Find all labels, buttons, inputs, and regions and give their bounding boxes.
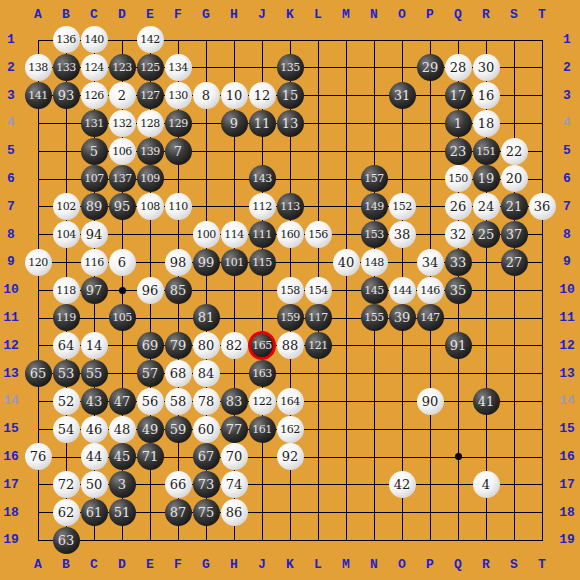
intersection-G3[interactable]: 8 <box>192 82 220 110</box>
intersection-B7[interactable]: 102 <box>52 193 80 221</box>
stone[interactable]: 2 <box>109 82 136 109</box>
intersection-J6[interactable]: 143 <box>248 165 276 193</box>
intersection-D2[interactable]: 123 <box>108 54 136 82</box>
intersection-N7[interactable]: 149 <box>360 193 388 221</box>
stone[interactable]: 4 <box>473 471 500 498</box>
intersection-Q8[interactable]: 32 <box>444 221 472 249</box>
stone[interactable]: 160 <box>277 221 304 248</box>
stone[interactable]: 149 <box>361 193 388 220</box>
intersection-R14[interactable]: 41 <box>472 387 500 415</box>
intersection-D6[interactable]: 137 <box>108 165 136 193</box>
stone[interactable]: 23 <box>445 138 472 165</box>
stone[interactable]: 66 <box>165 471 192 498</box>
stone[interactable]: 133 <box>53 54 80 81</box>
intersection-O7[interactable]: 152 <box>388 193 416 221</box>
stone[interactable]: 76 <box>25 443 52 470</box>
stone[interactable]: 39 <box>389 304 416 331</box>
intersection-E5[interactable]: 139 <box>136 137 164 165</box>
go-board[interactable]: AABBCCDDEEFFGGHHJJKKLLMMNNOOPPQQRRSSTT11… <box>0 0 580 580</box>
stone[interactable]: 156 <box>305 221 332 248</box>
stone[interactable]: 145 <box>361 277 388 304</box>
stone[interactable]: 67 <box>193 443 220 470</box>
intersection-H12[interactable]: 82 <box>220 332 248 360</box>
intersection-B2[interactable]: 133 <box>52 54 80 82</box>
intersection-C10[interactable]: 97 <box>80 276 108 304</box>
intersection-F4[interactable]: 129 <box>164 109 192 137</box>
intersection-C16[interactable]: 44 <box>80 443 108 471</box>
stone[interactable]: 134 <box>165 54 192 81</box>
intersection-B13[interactable]: 53 <box>52 360 80 388</box>
stone[interactable]: 95 <box>109 193 136 220</box>
stone[interactable]: 48 <box>109 416 136 443</box>
stone[interactable]: 101 <box>221 249 248 276</box>
stone[interactable]: 10 <box>221 82 248 109</box>
stone[interactable]: 35 <box>445 277 472 304</box>
stone[interactable]: 140 <box>81 26 108 53</box>
stone[interactable]: 42 <box>389 471 416 498</box>
stone[interactable]: 111 <box>249 221 276 248</box>
intersection-Q3[interactable]: 17 <box>444 82 472 110</box>
intersection-C5[interactable]: 5 <box>80 137 108 165</box>
intersection-H18[interactable]: 86 <box>220 499 248 527</box>
stone[interactable]: 60 <box>193 416 220 443</box>
intersection-H4[interactable]: 9 <box>220 109 248 137</box>
intersection-D18[interactable]: 51 <box>108 499 136 527</box>
intersection-F14[interactable]: 58 <box>164 387 192 415</box>
intersection-C7[interactable]: 89 <box>80 193 108 221</box>
intersection-F10[interactable]: 85 <box>164 276 192 304</box>
stone[interactable]: 6 <box>109 249 136 276</box>
intersection-C17[interactable]: 50 <box>80 471 108 499</box>
intersection-B17[interactable]: 72 <box>52 471 80 499</box>
intersection-L11[interactable]: 117 <box>304 304 332 332</box>
stone[interactable]: 37 <box>501 221 528 248</box>
stone[interactable]: 24 <box>473 193 500 220</box>
stone[interactable]: 15 <box>277 82 304 109</box>
stone[interactable]: 128 <box>137 110 164 137</box>
stone[interactable]: 94 <box>81 221 108 248</box>
intersection-J3[interactable]: 12 <box>248 82 276 110</box>
intersection-F5[interactable]: 7 <box>164 137 192 165</box>
stone[interactable]: 61 <box>81 499 108 526</box>
stone[interactable]: 58 <box>165 388 192 415</box>
stone-last-move[interactable]: 165 <box>248 331 276 360</box>
stone[interactable]: 139 <box>137 138 164 165</box>
intersection-K15[interactable]: 162 <box>276 415 304 443</box>
stone[interactable]: 150 <box>445 165 472 192</box>
intersection-F18[interactable]: 87 <box>164 499 192 527</box>
intersection-P2[interactable]: 29 <box>416 54 444 82</box>
intersection-S5[interactable]: 22 <box>500 137 528 165</box>
stone[interactable]: 33 <box>445 249 472 276</box>
intersection-D4[interactable]: 132 <box>108 109 136 137</box>
intersection-F15[interactable]: 59 <box>164 415 192 443</box>
intersection-D7[interactable]: 95 <box>108 193 136 221</box>
stone[interactable]: 93 <box>53 82 80 109</box>
stone[interactable]: 96 <box>137 277 164 304</box>
stone[interactable]: 152 <box>389 193 416 220</box>
intersection-D17[interactable]: 3 <box>108 471 136 499</box>
stone[interactable]: 87 <box>165 499 192 526</box>
intersection-E13[interactable]: 57 <box>136 360 164 388</box>
intersection-Q5[interactable]: 23 <box>444 137 472 165</box>
intersection-J7[interactable]: 112 <box>248 193 276 221</box>
stone[interactable]: 142 <box>137 26 164 53</box>
stone[interactable]: 30 <box>473 54 500 81</box>
stone[interactable]: 161 <box>249 416 276 443</box>
intersection-B19[interactable]: 63 <box>52 526 80 554</box>
intersection-C14[interactable]: 43 <box>80 387 108 415</box>
stone[interactable]: 59 <box>165 416 192 443</box>
intersection-G16[interactable]: 67 <box>192 443 220 471</box>
stone[interactable]: 120 <box>25 249 52 276</box>
intersection-R6[interactable]: 19 <box>472 165 500 193</box>
stone[interactable]: 77 <box>221 416 248 443</box>
intersection-B10[interactable]: 118 <box>52 276 80 304</box>
stone[interactable]: 136 <box>53 26 80 53</box>
stone[interactable]: 68 <box>165 360 192 387</box>
stone[interactable]: 126 <box>81 82 108 109</box>
intersection-N8[interactable]: 153 <box>360 221 388 249</box>
stone[interactable]: 164 <box>277 388 304 415</box>
intersection-L12[interactable]: 121 <box>304 332 332 360</box>
intersection-J8[interactable]: 111 <box>248 221 276 249</box>
intersection-B8[interactable]: 104 <box>52 221 80 249</box>
intersection-K8[interactable]: 160 <box>276 221 304 249</box>
stone[interactable]: 74 <box>221 471 248 498</box>
board-grid[interactable]: 1361401421381331241231251341352928301419… <box>24 26 556 554</box>
stone[interactable]: 57 <box>137 360 164 387</box>
stone[interactable]: 113 <box>277 193 304 220</box>
intersection-H15[interactable]: 77 <box>220 415 248 443</box>
intersection-Q9[interactable]: 33 <box>444 248 472 276</box>
intersection-G11[interactable]: 81 <box>192 304 220 332</box>
intersection-O10[interactable]: 144 <box>388 276 416 304</box>
intersection-E1[interactable]: 142 <box>136 26 164 54</box>
stone[interactable]: 56 <box>137 388 164 415</box>
intersection-F12[interactable]: 79 <box>164 332 192 360</box>
intersection-O8[interactable]: 38 <box>388 221 416 249</box>
intersection-K11[interactable]: 159 <box>276 304 304 332</box>
intersection-A3[interactable]: 141 <box>24 82 52 110</box>
stone[interactable]: 13 <box>277 110 304 137</box>
stone[interactable]: 40 <box>333 249 360 276</box>
stone[interactable]: 16 <box>473 82 500 109</box>
intersection-D14[interactable]: 47 <box>108 387 136 415</box>
stone[interactable]: 46 <box>81 416 108 443</box>
stone[interactable]: 147 <box>417 304 444 331</box>
stone[interactable]: 129 <box>165 110 192 137</box>
intersection-Q12[interactable]: 91 <box>444 332 472 360</box>
intersection-Q2[interactable]: 28 <box>444 54 472 82</box>
stone[interactable]: 11 <box>249 110 276 137</box>
intersection-C4[interactable]: 131 <box>80 109 108 137</box>
stone[interactable]: 124 <box>81 54 108 81</box>
intersection-E3[interactable]: 127 <box>136 82 164 110</box>
stone[interactable]: 54 <box>53 416 80 443</box>
stone[interactable]: 92 <box>277 443 304 470</box>
intersection-F2[interactable]: 134 <box>164 54 192 82</box>
stone[interactable]: 80 <box>193 332 220 359</box>
stone[interactable]: 82 <box>221 332 248 359</box>
stone[interactable]: 125 <box>137 54 164 81</box>
intersection-P11[interactable]: 147 <box>416 304 444 332</box>
stone[interactable]: 3 <box>109 471 136 498</box>
stone[interactable]: 63 <box>53 527 80 554</box>
stone[interactable]: 27 <box>501 249 528 276</box>
stone[interactable]: 119 <box>53 304 80 331</box>
intersection-J13[interactable]: 163 <box>248 360 276 388</box>
intersection-A13[interactable]: 65 <box>24 360 52 388</box>
intersection-K3[interactable]: 15 <box>276 82 304 110</box>
stone[interactable]: 121 <box>305 332 332 359</box>
stone[interactable]: 83 <box>221 388 248 415</box>
intersection-P14[interactable]: 90 <box>416 387 444 415</box>
stone[interactable]: 51 <box>109 499 136 526</box>
stone[interactable]: 43 <box>81 388 108 415</box>
intersection-K2[interactable]: 135 <box>276 54 304 82</box>
stone[interactable]: 28 <box>445 54 472 81</box>
intersection-R17[interactable]: 4 <box>472 471 500 499</box>
intersection-Q4[interactable]: 1 <box>444 109 472 137</box>
intersection-B1[interactable]: 136 <box>52 26 80 54</box>
intersection-E2[interactable]: 125 <box>136 54 164 82</box>
stone[interactable]: 41 <box>473 388 500 415</box>
stone[interactable]: 117 <box>305 304 332 331</box>
intersection-O17[interactable]: 42 <box>388 471 416 499</box>
intersection-D11[interactable]: 105 <box>108 304 136 332</box>
intersection-A9[interactable]: 120 <box>24 248 52 276</box>
intersection-P9[interactable]: 34 <box>416 248 444 276</box>
intersection-S9[interactable]: 27 <box>500 248 528 276</box>
stone[interactable]: 159 <box>277 304 304 331</box>
stone[interactable]: 17 <box>445 82 472 109</box>
stone[interactable]: 62 <box>53 499 80 526</box>
intersection-N11[interactable]: 155 <box>360 304 388 332</box>
stone[interactable]: 86 <box>221 499 248 526</box>
stone[interactable]: 108 <box>137 193 164 220</box>
intersection-J15[interactable]: 161 <box>248 415 276 443</box>
intersection-R3[interactable]: 16 <box>472 82 500 110</box>
intersection-C15[interactable]: 46 <box>80 415 108 443</box>
intersection-B18[interactable]: 62 <box>52 499 80 527</box>
stone[interactable]: 25 <box>473 221 500 248</box>
intersection-R5[interactable]: 151 <box>472 137 500 165</box>
stone[interactable]: 127 <box>137 82 164 109</box>
intersection-C12[interactable]: 14 <box>80 332 108 360</box>
stone[interactable]: 49 <box>137 416 164 443</box>
intersection-G14[interactable]: 78 <box>192 387 220 415</box>
intersection-R7[interactable]: 24 <box>472 193 500 221</box>
intersection-R8[interactable]: 25 <box>472 221 500 249</box>
stone[interactable]: 98 <box>165 249 192 276</box>
intersection-C9[interactable]: 116 <box>80 248 108 276</box>
stone[interactable]: 31 <box>389 82 416 109</box>
stone[interactable]: 88 <box>277 332 304 359</box>
stone[interactable]: 45 <box>109 443 136 470</box>
intersection-F7[interactable]: 110 <box>164 193 192 221</box>
stone[interactable]: 38 <box>389 221 416 248</box>
intersection-H3[interactable]: 10 <box>220 82 248 110</box>
stone[interactable]: 5 <box>81 138 108 165</box>
stone[interactable]: 71 <box>137 443 164 470</box>
intersection-B14[interactable]: 52 <box>52 387 80 415</box>
intersection-K12[interactable]: 88 <box>276 332 304 360</box>
intersection-F9[interactable]: 98 <box>164 248 192 276</box>
intersection-C6[interactable]: 107 <box>80 165 108 193</box>
stone[interactable]: 64 <box>53 332 80 359</box>
stone[interactable]: 81 <box>193 304 220 331</box>
stone[interactable]: 99 <box>193 249 220 276</box>
intersection-S7[interactable]: 21 <box>500 193 528 221</box>
stone[interactable]: 1 <box>445 110 472 137</box>
intersection-B3[interactable]: 93 <box>52 82 80 110</box>
intersection-G9[interactable]: 99 <box>192 248 220 276</box>
stone[interactable]: 90 <box>417 388 444 415</box>
intersection-S6[interactable]: 20 <box>500 165 528 193</box>
intersection-B11[interactable]: 119 <box>52 304 80 332</box>
stone[interactable]: 19 <box>473 165 500 192</box>
intersection-R4[interactable]: 18 <box>472 109 500 137</box>
intersection-R2[interactable]: 30 <box>472 54 500 82</box>
stone[interactable]: 148 <box>361 249 388 276</box>
stone[interactable]: 89 <box>81 193 108 220</box>
intersection-J4[interactable]: 11 <box>248 109 276 137</box>
stone[interactable]: 154 <box>305 277 332 304</box>
stone[interactable]: 52 <box>53 388 80 415</box>
stone[interactable]: 70 <box>221 443 248 470</box>
stone[interactable]: 14 <box>81 332 108 359</box>
intersection-D15[interactable]: 48 <box>108 415 136 443</box>
stone[interactable]: 8 <box>193 82 220 109</box>
stone[interactable]: 106 <box>109 138 136 165</box>
intersection-G12[interactable]: 80 <box>192 332 220 360</box>
stone[interactable]: 114 <box>221 221 248 248</box>
stone[interactable]: 112 <box>249 193 276 220</box>
stone[interactable]: 47 <box>109 388 136 415</box>
intersection-Q7[interactable]: 26 <box>444 193 472 221</box>
stone[interactable]: 44 <box>81 443 108 470</box>
intersection-E6[interactable]: 109 <box>136 165 164 193</box>
intersection-M9[interactable]: 40 <box>332 248 360 276</box>
stone[interactable]: 65 <box>25 360 52 387</box>
intersection-C3[interactable]: 126 <box>80 82 108 110</box>
intersection-G13[interactable]: 84 <box>192 360 220 388</box>
intersection-E7[interactable]: 108 <box>136 193 164 221</box>
intersection-G17[interactable]: 73 <box>192 471 220 499</box>
intersection-K7[interactable]: 113 <box>276 193 304 221</box>
intersection-P10[interactable]: 146 <box>416 276 444 304</box>
intersection-H16[interactable]: 70 <box>220 443 248 471</box>
intersection-G8[interactable]: 100 <box>192 221 220 249</box>
stone[interactable]: 109 <box>137 165 164 192</box>
stone[interactable]: 104 <box>53 221 80 248</box>
stone[interactable]: 34 <box>417 249 444 276</box>
stone[interactable]: 73 <box>193 471 220 498</box>
stone[interactable]: 18 <box>473 110 500 137</box>
intersection-C13[interactable]: 55 <box>80 360 108 388</box>
intersection-E10[interactable]: 96 <box>136 276 164 304</box>
stone[interactable]: 138 <box>25 54 52 81</box>
intersection-K14[interactable]: 164 <box>276 387 304 415</box>
intersection-D3[interactable]: 2 <box>108 82 136 110</box>
stone[interactable]: 131 <box>81 110 108 137</box>
stone[interactable]: 153 <box>361 221 388 248</box>
stone[interactable]: 151 <box>473 138 500 165</box>
stone[interactable]: 146 <box>417 277 444 304</box>
intersection-G15[interactable]: 60 <box>192 415 220 443</box>
stone[interactable]: 123 <box>109 54 136 81</box>
intersection-C18[interactable]: 61 <box>80 499 108 527</box>
intersection-E14[interactable]: 56 <box>136 387 164 415</box>
intersection-F13[interactable]: 68 <box>164 360 192 388</box>
stone[interactable]: 100 <box>193 221 220 248</box>
intersection-Q6[interactable]: 150 <box>444 165 472 193</box>
stone[interactable]: 21 <box>501 193 528 220</box>
intersection-K10[interactable]: 158 <box>276 276 304 304</box>
stone[interactable]: 102 <box>53 193 80 220</box>
intersection-E16[interactable]: 71 <box>136 443 164 471</box>
intersection-T7[interactable]: 36 <box>528 193 556 221</box>
stone[interactable]: 110 <box>165 193 192 220</box>
stone[interactable]: 157 <box>361 165 388 192</box>
stone[interactable]: 122 <box>249 388 276 415</box>
intersection-H14[interactable]: 83 <box>220 387 248 415</box>
stone[interactable]: 132 <box>109 110 136 137</box>
stone[interactable]: 50 <box>81 471 108 498</box>
stone[interactable]: 78 <box>193 388 220 415</box>
intersection-D9[interactable]: 6 <box>108 248 136 276</box>
intersection-C1[interactable]: 140 <box>80 26 108 54</box>
intersection-E15[interactable]: 49 <box>136 415 164 443</box>
stone[interactable]: 84 <box>193 360 220 387</box>
stone[interactable]: 144 <box>389 277 416 304</box>
stone[interactable]: 137 <box>109 165 136 192</box>
intersection-E12[interactable]: 69 <box>136 332 164 360</box>
intersection-H8[interactable]: 114 <box>220 221 248 249</box>
intersection-B12[interactable]: 64 <box>52 332 80 360</box>
intersection-B15[interactable]: 54 <box>52 415 80 443</box>
intersection-L8[interactable]: 156 <box>304 221 332 249</box>
stone[interactable]: 155 <box>361 304 388 331</box>
stone[interactable]: 7 <box>165 138 192 165</box>
intersection-A2[interactable]: 138 <box>24 54 52 82</box>
intersection-D16[interactable]: 45 <box>108 443 136 471</box>
stone[interactable]: 75 <box>193 499 220 526</box>
stone[interactable]: 135 <box>277 54 304 81</box>
intersection-N6[interactable]: 157 <box>360 165 388 193</box>
intersection-J12[interactable]: 165 <box>248 332 276 360</box>
stone[interactable]: 32 <box>445 221 472 248</box>
intersection-G18[interactable]: 75 <box>192 499 220 527</box>
stone[interactable]: 130 <box>165 82 192 109</box>
stone[interactable]: 26 <box>445 193 472 220</box>
stone[interactable]: 22 <box>501 138 528 165</box>
intersection-O3[interactable]: 31 <box>388 82 416 110</box>
intersection-F3[interactable]: 130 <box>164 82 192 110</box>
stone[interactable]: 141 <box>25 82 52 109</box>
stone[interactable]: 69 <box>137 332 164 359</box>
intersection-F17[interactable]: 66 <box>164 471 192 499</box>
intersection-O11[interactable]: 39 <box>388 304 416 332</box>
stone[interactable]: 29 <box>417 54 444 81</box>
intersection-H9[interactable]: 101 <box>220 248 248 276</box>
intersection-L10[interactable]: 154 <box>304 276 332 304</box>
stone[interactable]: 72 <box>53 471 80 498</box>
stone[interactable]: 162 <box>277 416 304 443</box>
stone[interactable]: 53 <box>53 360 80 387</box>
intersection-J9[interactable]: 115 <box>248 248 276 276</box>
